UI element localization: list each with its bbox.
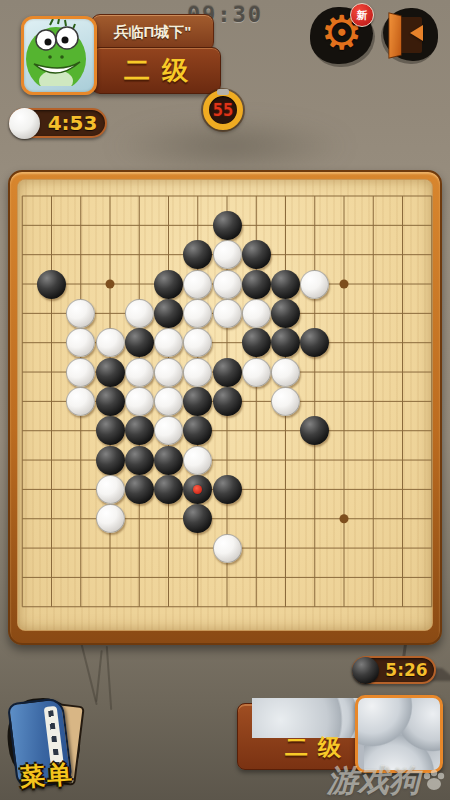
stone-black — [271, 328, 300, 357]
stone-black — [242, 328, 271, 357]
stone-white — [66, 358, 95, 387]
stone-black — [96, 446, 125, 475]
white-timer-pill: 4:53 — [9, 108, 107, 138]
watermark: 游戏狗 — [327, 760, 448, 800]
stone-white — [213, 299, 242, 328]
stone-white — [242, 299, 271, 328]
stone-white — [154, 387, 183, 416]
stone-black — [271, 270, 300, 299]
stone-black — [242, 270, 271, 299]
stone-white — [242, 358, 271, 387]
stone-white — [66, 299, 95, 328]
door-panel-icon — [388, 12, 401, 59]
stone-white — [154, 328, 183, 357]
stone-black — [271, 299, 300, 328]
player-name: 兵临Π城下" — [114, 23, 192, 42]
stone-black — [96, 416, 125, 445]
ink-reed — [106, 646, 112, 710]
board[interactable] — [8, 170, 442, 645]
menu-button[interactable]: 菜单 — [6, 696, 88, 790]
stone-black — [183, 387, 212, 416]
black-stone-icon — [352, 657, 379, 684]
star-point — [106, 280, 115, 289]
stone-white — [96, 504, 125, 533]
player-name-plate: 兵临Π城下" — [91, 14, 214, 51]
stone-white — [213, 534, 242, 563]
move-countdown-ring: 55 — [203, 90, 243, 130]
exit-button[interactable] — [383, 8, 438, 61]
stone-white — [183, 358, 212, 387]
stone-black — [242, 240, 271, 269]
last-move-marker — [193, 485, 202, 494]
stone-black — [125, 328, 154, 357]
stone-black — [154, 475, 183, 504]
star-point — [340, 514, 349, 523]
player-avatar[interactable] — [21, 16, 97, 95]
stone-white — [271, 358, 300, 387]
stone-white — [300, 270, 329, 299]
exit-arrow-icon — [410, 25, 423, 41]
white-time: 4:53 — [40, 111, 105, 135]
stone-black — [154, 270, 183, 299]
stone-white — [125, 387, 154, 416]
stone-black — [213, 475, 242, 504]
stone-black — [213, 358, 242, 387]
stone-white — [96, 328, 125, 357]
stone-black — [154, 299, 183, 328]
stone-black — [37, 270, 66, 299]
paw-icon — [422, 769, 448, 793]
stone-black — [125, 475, 154, 504]
star-point — [340, 280, 349, 289]
dinosaur-avatar-image — [24, 19, 88, 86]
stone-white — [213, 270, 242, 299]
stone-black — [125, 416, 154, 445]
stone-white — [125, 358, 154, 387]
stone-white — [154, 358, 183, 387]
stone-white — [96, 475, 125, 504]
white-stone-icon — [9, 108, 40, 139]
stone-white — [154, 416, 183, 445]
stone-white — [183, 270, 212, 299]
game-screen: 09:30 兵临Π城下" 二级 ⚙ 新 4:53 — [0, 0, 450, 800]
stone-white — [213, 240, 242, 269]
menu-label: 菜单 — [5, 756, 89, 795]
stone-white — [183, 299, 212, 328]
stone-black — [183, 475, 212, 504]
stone-white — [125, 299, 154, 328]
settings-button[interactable]: ⚙ 新 — [310, 7, 373, 64]
new-badge: 新 — [350, 3, 374, 27]
stone-black — [213, 387, 242, 416]
ink-reed — [95, 650, 102, 702]
stone-black — [96, 358, 125, 387]
stone-black — [213, 211, 242, 240]
black-timer-pill: 5:26 — [352, 656, 436, 684]
stone-black — [154, 446, 183, 475]
move-countdown: 55 — [213, 100, 233, 120]
stone-black — [96, 387, 125, 416]
player-level-plate: 二级 — [91, 47, 221, 94]
black-time: 5:26 — [379, 660, 434, 680]
watermark-text: 游戏狗 — [327, 760, 420, 800]
stone-white — [271, 387, 300, 416]
stone-black — [125, 446, 154, 475]
stone-white — [66, 387, 95, 416]
player-level: 二级 — [112, 53, 200, 88]
stone-white — [183, 446, 212, 475]
countdown-notch — [217, 89, 229, 95]
